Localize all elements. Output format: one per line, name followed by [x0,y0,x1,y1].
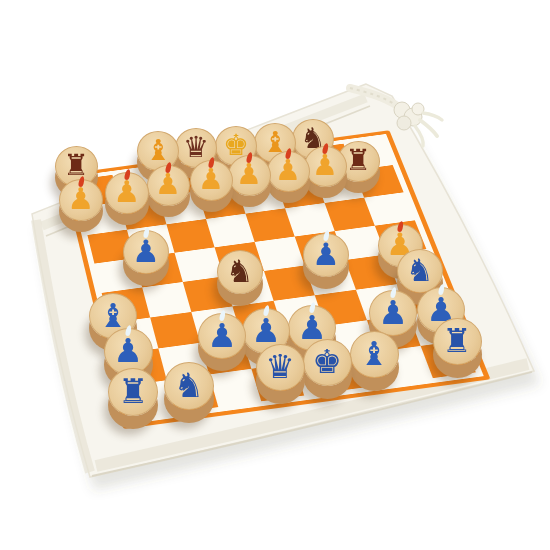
piece-orange-pawn-d7[interactable]: ♟ [190,160,233,201]
orange-pawn-icon: ♟ [114,177,141,207]
blue-pawn-icon: ♟ [312,239,340,270]
orange-knight-icon: ♞ [226,256,254,287]
piece-blue-queen-d1[interactable]: ♛ [256,344,305,391]
piece-orange-pawn-g7[interactable]: ♟ [304,146,347,187]
orange-pawn-icon: ♟ [275,156,301,185]
orange-queen-icon: ♛ [183,133,209,162]
piece-blue-bishop-f1[interactable]: ♝ [350,331,399,378]
piece-blue-rook-h1[interactable]: ♜ [433,318,482,365]
piece-orange-pawn-a7[interactable]: ♟ [59,179,103,221]
piece-blue-pawn-b5[interactable]: ♟ [123,230,169,274]
piece-blue-knight-b1[interactable]: ♞ [164,362,214,410]
piece-orange-pawn-b7[interactable]: ♟ [105,172,149,214]
blue-bishop-icon: ♝ [98,299,128,332]
piece-orange-knight-d5[interactable]: ♞ [217,250,263,294]
piece-blue-king-e1[interactable]: ♚ [303,339,352,386]
piece-orange-pawn-c7[interactable]: ♟ [147,165,190,206]
blue-king-icon: ♚ [312,345,342,378]
blue-knight-icon: ♞ [174,368,204,402]
blue-pawn-icon: ♟ [113,334,143,367]
orange-pawn-icon: ♟ [68,184,95,214]
blue-rook-icon: ♜ [442,324,472,357]
orange-rook-icon: ♜ [345,146,371,175]
orange-pawn-icon: ♟ [198,165,224,194]
orange-pawn-icon: ♟ [236,160,262,189]
orange-rook-icon: ♜ [63,151,89,180]
orange-pawn-icon: ♟ [312,151,338,180]
blue-pawn-icon: ♟ [207,319,237,352]
blue-pawn-icon: ♟ [132,236,160,267]
piece-blue-pawn-c2[interactable]: ♟ [198,313,246,359]
blue-queen-icon: ♛ [265,350,295,383]
blue-pawn-icon: ♟ [378,296,408,329]
piece-orange-pawn-e7[interactable]: ♟ [228,155,271,196]
blue-pawn-icon: ♟ [251,314,281,347]
piece-blue-pawn-g2[interactable]: ♟ [369,290,417,336]
piece-blue-rook-a1[interactable]: ♜ [108,368,158,416]
orange-pawn-icon: ♟ [155,170,181,199]
piece-blue-pawn-f5[interactable]: ♟ [303,233,349,277]
blue-knight-icon: ♞ [406,255,434,286]
blue-bishop-icon: ♝ [359,337,389,370]
orange-bishop-icon: ♝ [145,136,171,165]
piece-orange-pawn-f7[interactable]: ♟ [267,151,310,192]
product-photo-stage: ♜♝♛♚♝♞♜♟♟♟♟♟♟♟♟♞♟♟♞♝♟♟♟♟♟♟♜♞♛♚♝♜ [0,0,550,550]
blue-rook-icon: ♜ [118,374,148,408]
